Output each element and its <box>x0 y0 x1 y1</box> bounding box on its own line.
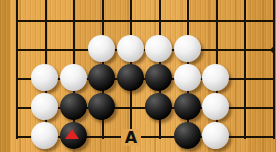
black-stone <box>60 93 87 120</box>
triangle-marker-icon <box>65 129 79 139</box>
black-stone <box>174 93 201 120</box>
white-stone <box>202 93 229 120</box>
black-stone <box>88 93 115 120</box>
white-stone <box>202 122 229 149</box>
white-stone <box>174 35 201 62</box>
white-stone <box>117 35 144 62</box>
black-stone <box>117 64 144 91</box>
white-stone <box>145 35 172 62</box>
black-stone <box>145 93 172 120</box>
white-stone <box>31 122 58 149</box>
black-stone <box>174 122 201 149</box>
white-stone <box>174 64 201 91</box>
go-problem-screenshot: A <box>0 0 275 152</box>
white-stone <box>88 35 115 62</box>
black-stone <box>145 64 172 91</box>
white-stone <box>60 64 87 91</box>
go-board[interactable]: A <box>0 0 275 152</box>
point-label-a[interactable]: A <box>119 129 143 146</box>
white-stone <box>31 64 58 91</box>
white-stone <box>202 64 229 91</box>
black-stone <box>88 64 115 91</box>
white-stone <box>31 93 58 120</box>
star-point <box>271 47 276 53</box>
grid-line <box>16 20 275 22</box>
